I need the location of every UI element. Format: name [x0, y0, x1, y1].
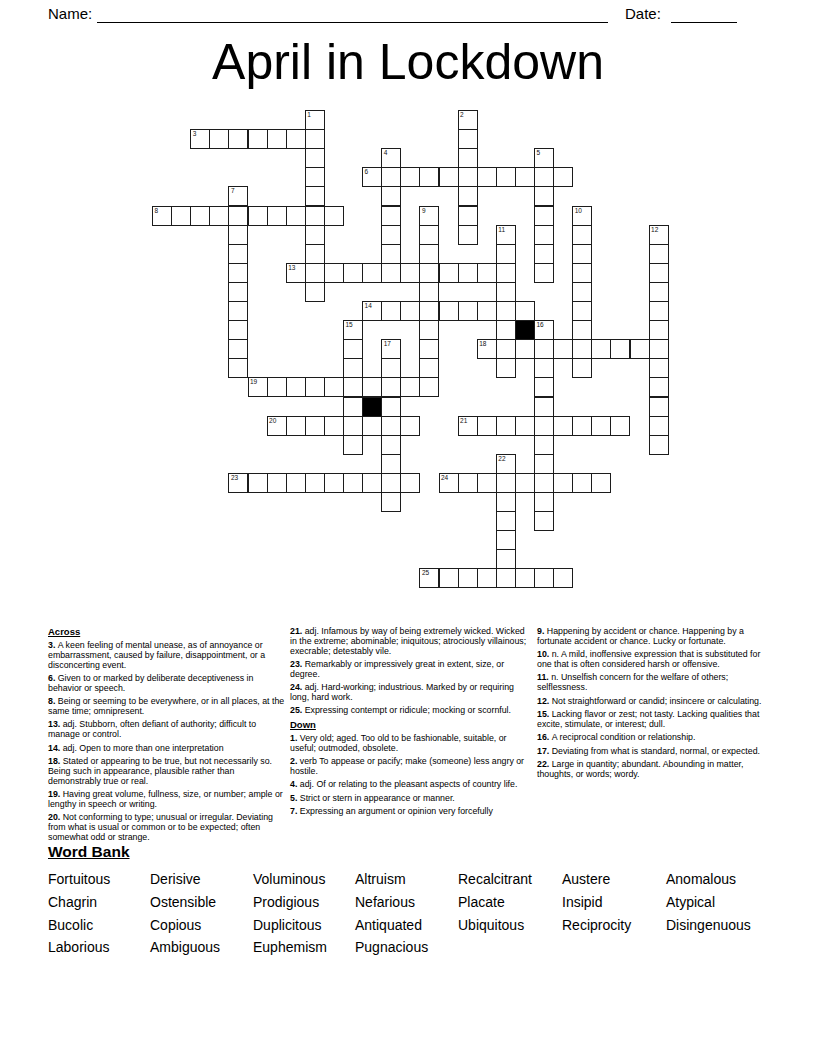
word-bank-item: Euphemism: [253, 936, 355, 959]
grid-cell-14-9[interactable]: [419, 282, 439, 302]
cell-number-10: 10: [575, 207, 582, 214]
across-clues-col1: 3. A keen feeling of mental unease, as o…: [48, 641, 286, 843]
grid-cell-12-12[interactable]: 17: [381, 339, 401, 359]
word-bank-item: Fortuitous: [48, 868, 150, 891]
grid-cell-13-10[interactable]: [400, 301, 420, 321]
grid-cell-4-19[interactable]: 23: [228, 473, 248, 493]
grid-cell-8-7[interactable]: [305, 244, 325, 264]
clue-across-14: 14. adj. Open to more than one interpret…: [48, 744, 286, 754]
grid-cell-18-20[interactable]: [496, 492, 516, 512]
grid-cell-17-16[interactable]: [477, 416, 497, 436]
clue-across-23: 23. Remarkably or impressively great in …: [290, 660, 533, 680]
word-bank-item: Chagrin: [48, 891, 150, 914]
grid-cell-14-11[interactable]: [419, 320, 439, 340]
word-bank-heading: Word Bank: [48, 843, 788, 861]
grid-cell-16-5[interactable]: [458, 206, 478, 226]
word-bank-item: Duplicitous: [253, 914, 355, 937]
grid-cell-8-16[interactable]: [305, 416, 325, 436]
grid-cell-12-18[interactable]: [381, 454, 401, 474]
grid-cell-14-12[interactable]: [419, 339, 439, 359]
grid-cell-20-17[interactable]: [534, 435, 554, 455]
clue-across-25: 25. Expressing contempt or ridicule; moc…: [290, 706, 533, 716]
grid-cell-21-16[interactable]: [553, 416, 573, 436]
word-bank-item: Nefarious: [355, 891, 458, 914]
grid-cell-18-8[interactable]: [496, 263, 516, 283]
grid-cell-11-16[interactable]: [362, 416, 382, 436]
grid-cell-8-3[interactable]: [305, 167, 325, 187]
grid-cell-22-9[interactable]: [572, 282, 592, 302]
grid-cell-16-4[interactable]: [458, 186, 478, 206]
grid-cell-2-5[interactable]: [190, 206, 210, 226]
grid-cell-15-24[interactable]: [439, 568, 459, 588]
grid-cell-10-16[interactable]: [343, 416, 363, 436]
grid-cell-6-5[interactable]: [267, 206, 287, 226]
clue-down-10: 10. n. A mild, inoffensive expression th…: [537, 650, 777, 670]
date-blank-line: [671, 22, 737, 23]
grid-cell-18-11[interactable]: [496, 320, 516, 340]
word-bank-item: Ambiguous: [150, 936, 253, 959]
grid-cell-20-16[interactable]: [534, 416, 554, 436]
grid-cell-8-5[interactable]: [305, 206, 325, 226]
grid-cell-16-10[interactable]: [458, 301, 478, 321]
grid-cell-7-14[interactable]: [286, 377, 306, 397]
grid-cell-20-24[interactable]: [534, 568, 554, 588]
grid-cell-8-4[interactable]: [305, 186, 325, 206]
grid-cell-4-7[interactable]: [228, 244, 248, 264]
grid-cell-12-16[interactable]: [381, 416, 401, 436]
crossword-grid: 1234567891011121314151617181920212223242…: [152, 110, 669, 589]
grid-cell-21-3[interactable]: [553, 167, 573, 187]
grid-cell-21-19[interactable]: [553, 473, 573, 493]
cell-number-22: 22: [498, 455, 505, 462]
cell-number-19: 19: [250, 378, 257, 385]
word-bank-item: Ubiquitous: [458, 914, 562, 937]
grid-cell-15-8[interactable]: [439, 263, 459, 283]
grid-cell-5-1[interactable]: [248, 129, 268, 149]
grid-cell-12-13[interactable]: [381, 358, 401, 378]
date-label: Date:: [625, 5, 661, 22]
grid-cell-8-0[interactable]: 1: [305, 110, 325, 130]
grid-cell-12-19[interactable]: [381, 473, 401, 493]
grid-cell-13-14[interactable]: [400, 377, 420, 397]
grid-cell-16-3[interactable]: [458, 167, 478, 187]
grid-cell-22-11[interactable]: [572, 320, 592, 340]
grid-cell-22-19[interactable]: [572, 473, 592, 493]
black-cell: [515, 320, 535, 340]
grid-cell-12-8[interactable]: [381, 263, 401, 283]
grid-cell-21-12[interactable]: [553, 339, 573, 359]
word-bank-item: Altruism: [355, 868, 458, 891]
grid-cell-18-3[interactable]: [496, 167, 516, 187]
grid-cell-23-19[interactable]: [591, 473, 611, 493]
grid-cell-20-20[interactable]: [534, 492, 554, 512]
grid-cell-5-19[interactable]: [248, 473, 268, 493]
grid-cell-4-10[interactable]: [228, 301, 248, 321]
grid-cell-20-11[interactable]: 16: [534, 320, 554, 340]
clue-down-9: 9. Happening by accident or chance. Happ…: [537, 627, 777, 647]
word-bank: Word Bank FortuitousDerisiveVoluminousAl…: [48, 843, 788, 959]
down-clues-col3: 9. Happening by accident or chance. Happ…: [537, 627, 777, 780]
grid-cell-8-19[interactable]: [305, 473, 325, 493]
grid-cell-24-12[interactable]: [610, 339, 630, 359]
grid-cell-13-3[interactable]: [400, 167, 420, 187]
grid-cell-16-8[interactable]: [458, 263, 478, 283]
word-bank-item: Ostensible: [150, 891, 253, 914]
grid-cell-22-7[interactable]: [572, 244, 592, 264]
grid-cell-20-8[interactable]: [534, 263, 554, 283]
grid-cell-15-3[interactable]: [439, 167, 459, 187]
grid-cell-18-13[interactable]: [496, 358, 516, 378]
grid-cell-22-12[interactable]: [572, 339, 592, 359]
grid-cell-20-13[interactable]: [534, 358, 554, 378]
clue-across-20: 20. Not conforming to type; unusual or i…: [48, 813, 286, 842]
cell-number-20: 20: [269, 417, 276, 424]
cell-number-25: 25: [422, 569, 429, 576]
grid-cell-10-14[interactable]: [343, 377, 363, 397]
cell-number-14: 14: [365, 302, 372, 309]
grid-cell-14-6[interactable]: [419, 225, 439, 245]
word-bank-item: Reciprocity: [562, 914, 666, 937]
grid-cell-3-1[interactable]: [209, 129, 229, 149]
grid-cell-17-3[interactable]: [477, 167, 497, 187]
grid-cell-9-8[interactable]: [324, 263, 344, 283]
clue-across-21: 21. adj. Infamous by way of being extrem…: [290, 627, 533, 656]
grid-cell-8-2[interactable]: [305, 148, 325, 168]
name-blank-line: [97, 22, 608, 23]
puzzle-title: April in Lockdown: [0, 36, 816, 88]
grid-cell-12-14[interactable]: [381, 377, 401, 397]
word-bank-item: Antiquated: [355, 914, 458, 937]
grid-cell-13-19[interactable]: [400, 473, 420, 493]
grid-cell-18-10[interactable]: [496, 301, 516, 321]
grid-cell-26-8[interactable]: [649, 263, 669, 283]
grid-cell-21-24[interactable]: [553, 568, 573, 588]
grid-cell-7-8[interactable]: 13: [286, 263, 306, 283]
clue-across-24: 24. adj. Hard-working; industrious. Mark…: [290, 683, 533, 703]
grid-cell-19-24[interactable]: [515, 568, 535, 588]
word-bank-grid: FortuitousDerisiveVoluminousAltruismReca…: [48, 868, 788, 959]
grid-cell-12-3[interactable]: [381, 167, 401, 187]
grid-cell-8-1[interactable]: [305, 129, 325, 149]
clue-down-17: 17. Deviating from what is standard, nor…: [537, 747, 777, 757]
grid-cell-9-16[interactable]: [324, 416, 344, 436]
grid-cell-16-6[interactable]: [458, 225, 478, 245]
grid-cell-23-16[interactable]: [591, 416, 611, 436]
grid-cell-11-8[interactable]: [362, 263, 382, 283]
grid-cell-15-19[interactable]: 24: [439, 473, 459, 493]
grid-cell-18-16[interactable]: [496, 416, 516, 436]
grid-cell-5-14[interactable]: 19: [248, 377, 268, 397]
cell-number-1: 1: [307, 111, 311, 118]
grid-cell-16-2[interactable]: [458, 148, 478, 168]
grid-cell-0-5[interactable]: 8: [152, 206, 172, 226]
grid-cell-26-7[interactable]: [649, 244, 669, 264]
cell-number-4: 4: [384, 149, 388, 156]
grid-cell-18-12[interactable]: [496, 339, 516, 359]
grid-cell-14-3[interactable]: [419, 167, 439, 187]
grid-cell-26-10[interactable]: [649, 301, 669, 321]
cell-number-21: 21: [460, 417, 467, 424]
grid-cell-22-6[interactable]: [572, 225, 592, 245]
grid-cell-18-7[interactable]: [496, 244, 516, 264]
grid-cell-18-9[interactable]: [496, 282, 516, 302]
grid-cell-7-5[interactable]: [286, 206, 306, 226]
grid-cell-11-10[interactable]: 14: [362, 301, 382, 321]
grid-cell-6-16[interactable]: 20: [267, 416, 287, 436]
grid-cell-26-16[interactable]: [649, 416, 669, 436]
grid-cell-18-23[interactable]: [496, 549, 516, 569]
grid-cell-12-20[interactable]: [381, 492, 401, 512]
grid-cell-20-2[interactable]: 5: [534, 148, 554, 168]
grid-cell-10-17[interactable]: [343, 435, 363, 455]
grid-cell-16-1[interactable]: [458, 129, 478, 149]
cell-number-13: 13: [288, 264, 295, 271]
grid-cell-20-6[interactable]: [534, 225, 554, 245]
grid-cell-8-14[interactable]: [305, 377, 325, 397]
clue-down-4: 4. adj. Of or relating to the pleasant a…: [290, 780, 533, 790]
cell-number-17: 17: [384, 340, 391, 347]
grid-cell-4-5[interactable]: [228, 206, 248, 226]
grid-cell-7-16[interactable]: [286, 416, 306, 436]
grid-cell-10-12[interactable]: [343, 339, 363, 359]
grid-cell-12-2[interactable]: 4: [381, 148, 401, 168]
grid-cell-10-13[interactable]: [343, 358, 363, 378]
grid-cell-10-8[interactable]: [343, 263, 363, 283]
grid-cell-4-9[interactable]: [228, 282, 248, 302]
grid-cell-4-4[interactable]: 7: [228, 186, 248, 206]
grid-cell-10-11[interactable]: 15: [343, 320, 363, 340]
grid-cell-16-0[interactable]: 2: [458, 110, 478, 130]
grid-cell-17-10[interactable]: [477, 301, 497, 321]
grid-cell-6-14[interactable]: [267, 377, 287, 397]
clue-across-18: 18. Stated or appearing to be true, but …: [48, 757, 286, 786]
grid-cell-14-13[interactable]: [419, 358, 439, 378]
grid-cell-12-5[interactable]: [381, 206, 401, 226]
cell-number-23: 23: [231, 474, 238, 481]
grid-cell-14-14[interactable]: [419, 377, 439, 397]
cell-number-15: 15: [346, 321, 353, 328]
word-bank-item: Austere: [562, 868, 666, 891]
grid-cell-9-5[interactable]: [324, 206, 344, 226]
worksheet-page: Name: Date: April in Lockdown 1234567891…: [0, 0, 816, 1056]
grid-cell-13-8[interactable]: [400, 263, 420, 283]
grid-cell-14-24[interactable]: 25: [419, 568, 439, 588]
grid-cell-26-14[interactable]: [649, 377, 669, 397]
clue-down-11: 11. n. Unselfish concern for the welfare…: [537, 673, 777, 693]
grid-cell-26-15[interactable]: [649, 397, 669, 417]
grid-cell-6-19[interactable]: [267, 473, 287, 493]
grid-cell-18-24[interactable]: [496, 568, 516, 588]
cell-number-3: 3: [193, 130, 197, 137]
grid-cell-20-7[interactable]: [534, 244, 554, 264]
grid-cell-17-8[interactable]: [477, 263, 497, 283]
grid-cell-26-9[interactable]: [649, 282, 669, 302]
cell-number-8: 8: [155, 207, 159, 214]
grid-cell-26-13[interactable]: [649, 358, 669, 378]
grid-cell-14-10[interactable]: [419, 301, 439, 321]
grid-cell-4-6[interactable]: [228, 225, 248, 245]
grid-cell-20-15[interactable]: [534, 397, 554, 417]
grid-cell-17-19[interactable]: [477, 473, 497, 493]
clue-down-12: 12. Not straightforward or candid; insin…: [537, 697, 777, 707]
grid-cell-26-11[interactable]: [649, 320, 669, 340]
grid-cell-22-10[interactable]: [572, 301, 592, 321]
clue-down-2: 2. verb To appease or pacify; make (some…: [290, 757, 533, 777]
grid-cell-20-5[interactable]: [534, 206, 554, 226]
name-label: Name:: [48, 5, 92, 22]
grid-cell-19-19[interactable]: [515, 473, 535, 493]
grid-cell-26-6[interactable]: 12: [649, 225, 669, 245]
word-bank-item: Anomalous: [666, 868, 788, 891]
grid-cell-19-10[interactable]: [515, 301, 535, 321]
word-bank-item: Disingenuous: [666, 914, 788, 937]
grid-cell-18-18[interactable]: 22: [496, 454, 516, 474]
clue-down-16: 16. A reciprocal condition or relationsh…: [537, 733, 777, 743]
grid-cell-4-12[interactable]: [228, 339, 248, 359]
word-bank-item: Prodigious: [253, 891, 355, 914]
word-bank-item: Atypical: [666, 891, 788, 914]
grid-cell-11-3[interactable]: 6: [362, 167, 382, 187]
grid-cell-24-16[interactable]: [610, 416, 630, 436]
cell-number-16: 16: [537, 321, 544, 328]
across-clues-col2: 21. adj. Infamous by way of being extrem…: [290, 627, 533, 716]
word-bank-item: Bucolic: [48, 914, 150, 937]
grid-cell-11-19[interactable]: [362, 473, 382, 493]
grid-cell-10-15[interactable]: [343, 397, 363, 417]
grid-cell-16-24[interactable]: [458, 568, 478, 588]
clue-across-6: 6. Given to or marked by deliberate dece…: [48, 674, 286, 694]
word-bank-item: Voluminous: [253, 868, 355, 891]
grid-cell-9-14[interactable]: [324, 377, 344, 397]
grid-cell-10-19[interactable]: [343, 473, 363, 493]
grid-cell-3-5[interactable]: [209, 206, 229, 226]
word-bank-item: Pugnacious: [355, 936, 458, 959]
cell-number-5: 5: [537, 149, 541, 156]
grid-cell-2-1[interactable]: 3: [190, 129, 210, 149]
grid-cell-22-13[interactable]: [572, 358, 592, 378]
cell-number-6: 6: [365, 168, 369, 175]
cell-number-2: 2: [460, 111, 464, 118]
grid-cell-4-1[interactable]: [228, 129, 248, 149]
grid-cell-22-8[interactable]: [572, 263, 592, 283]
grid-cell-12-15[interactable]: [381, 397, 401, 417]
grid-cell-16-19[interactable]: [458, 473, 478, 493]
grid-cell-22-16[interactable]: [572, 416, 592, 436]
across-heading: Across: [48, 627, 286, 638]
cell-number-11: 11: [498, 226, 505, 233]
clue-column-1: Across 3. A keen feeling of mental uneas…: [48, 627, 286, 846]
grid-cell-20-12[interactable]: [534, 339, 554, 359]
grid-cell-16-16[interactable]: 21: [458, 416, 478, 436]
grid-cell-12-10[interactable]: [381, 301, 401, 321]
grid-cell-15-10[interactable]: [439, 301, 459, 321]
down-clues-col2: 1. Very old; aged. Too old to be fashion…: [290, 734, 533, 817]
word-bank-item: Copious: [150, 914, 253, 937]
grid-cell-12-6[interactable]: [381, 225, 401, 245]
grid-cell-12-7[interactable]: [381, 244, 401, 264]
clue-across-8: 8. Being or seeming to be everywhere, or…: [48, 697, 286, 717]
grid-cell-8-9[interactable]: [305, 282, 325, 302]
grid-cell-14-8[interactable]: [419, 263, 439, 283]
cell-number-24: 24: [441, 474, 448, 481]
grid-cell-19-12[interactable]: [515, 339, 535, 359]
grid-cell-14-5[interactable]: 9: [419, 206, 439, 226]
word-bank-item: Laborious: [48, 936, 150, 959]
clue-column-3: 9. Happening by accident or chance. Happ…: [537, 627, 777, 783]
clue-across-3: 3. A keen feeling of mental unease, as o…: [48, 641, 286, 670]
word-bank-item: Insipid: [562, 891, 666, 914]
down-heading: Down: [290, 720, 533, 731]
grid-cell-14-7[interactable]: [419, 244, 439, 264]
grid-cell-20-18[interactable]: [534, 454, 554, 474]
word-bank-item: Recalcitrant: [458, 868, 562, 891]
grid-cell-20-4[interactable]: [534, 186, 554, 206]
black-cell: [362, 397, 382, 417]
grid-cell-18-6[interactable]: 11: [496, 225, 516, 245]
grid-cell-17-12[interactable]: 18: [477, 339, 497, 359]
clue-down-1: 1. Very old; aged. Too old to be fashion…: [290, 734, 533, 754]
grid-cell-20-21[interactable]: [534, 511, 554, 531]
grid-cell-7-19[interactable]: [286, 473, 306, 493]
grid-cell-25-12[interactable]: [630, 339, 650, 359]
grid-cell-12-17[interactable]: [381, 435, 401, 455]
grid-cell-26-17[interactable]: [649, 435, 669, 455]
grid-cell-20-19[interactable]: [534, 473, 554, 493]
word-bank-item: Placate: [458, 891, 562, 914]
grid-cell-4-13[interactable]: [228, 358, 248, 378]
clue-across-19: 19. Having great volume, fullness, size,…: [48, 790, 286, 810]
grid-cell-4-11[interactable]: [228, 320, 248, 340]
grid-cell-26-12[interactable]: [649, 339, 669, 359]
grid-cell-19-16[interactable]: [515, 416, 535, 436]
cell-number-7: 7: [231, 187, 235, 194]
cell-number-9: 9: [422, 207, 426, 214]
grid-cell-7-1[interactable]: [286, 129, 306, 149]
grid-cell-22-5[interactable]: 10: [572, 206, 592, 226]
grid-cell-1-5[interactable]: [171, 206, 191, 226]
grid-cell-18-19[interactable]: [496, 473, 516, 493]
grid-cell-20-3[interactable]: [534, 167, 554, 187]
grid-cell-19-3[interactable]: [515, 167, 535, 187]
grid-cell-20-14[interactable]: [534, 377, 554, 397]
grid-cell-12-4[interactable]: [381, 186, 401, 206]
grid-cell-6-1[interactable]: [267, 129, 287, 149]
cell-number-18: 18: [479, 340, 486, 347]
clue-down-5: 5. Strict or stern in appearance or mann…: [290, 794, 533, 804]
grid-cell-5-5[interactable]: [248, 206, 268, 226]
grid-cell-4-8[interactable]: [228, 263, 248, 283]
grid-cell-17-24[interactable]: [477, 568, 497, 588]
grid-cell-13-16[interactable]: [400, 416, 420, 436]
grid-cell-18-21[interactable]: [496, 511, 516, 531]
word-bank-item: Derisive: [150, 868, 253, 891]
cell-number-12: 12: [651, 226, 658, 233]
grid-cell-8-8[interactable]: [305, 263, 325, 283]
clue-across-13: 13. adj. Stubborn, often defiant of auth…: [48, 720, 286, 740]
clue-down-22: 22. Large in quantity; abundant. Aboundi…: [537, 760, 777, 780]
grid-cell-23-12[interactable]: [591, 339, 611, 359]
grid-cell-9-19[interactable]: [324, 473, 344, 493]
clue-down-15: 15. Lacking flavor or zest; not tasty. L…: [537, 710, 777, 730]
grid-cell-18-22[interactable]: [496, 530, 516, 550]
grid-cell-11-14[interactable]: [362, 377, 382, 397]
grid-cell-8-6[interactable]: [305, 225, 325, 245]
clue-down-7: 7. Expressing an argument or opinion ver…: [290, 807, 533, 817]
clue-column-2: 21. adj. Infamous by way of being extrem…: [290, 627, 533, 820]
